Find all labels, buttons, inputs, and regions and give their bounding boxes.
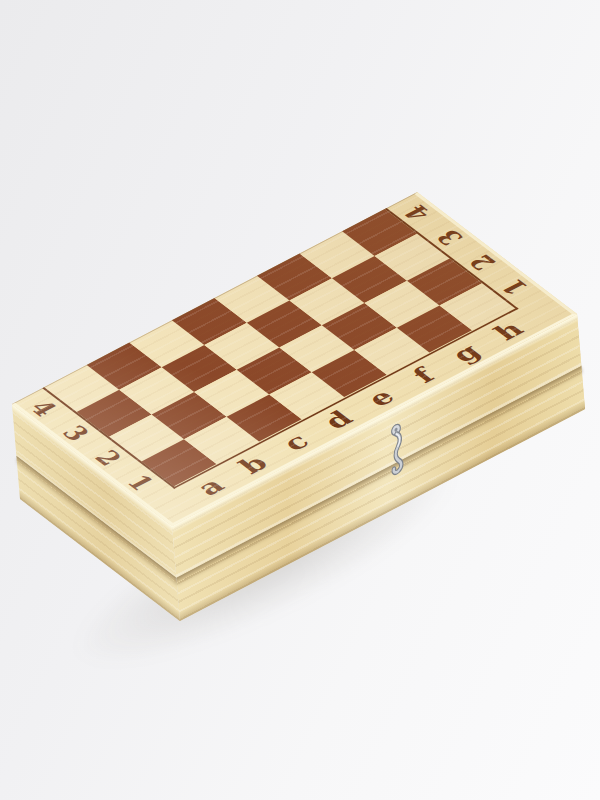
- product-photo: abcdefgh 4321 4321: [0, 0, 600, 800]
- clasp-latch-icon: [385, 418, 410, 482]
